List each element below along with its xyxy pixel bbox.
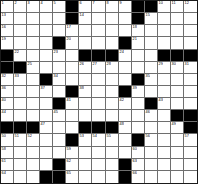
clue-number-41: 41 [66, 98, 71, 102]
clue-number-24: 24 [119, 50, 124, 54]
clue-number-11: 11 [171, 1, 176, 5]
cell-r6c11[interactable] [132, 62, 145, 74]
cell-r3c5[interactable] [53, 25, 66, 37]
clue-number-58: 58 [1, 147, 6, 151]
cell-r7c13[interactable] [158, 74, 171, 86]
cell-r6c15[interactable]: 31 [184, 62, 197, 74]
black-square-r14c10 [119, 159, 132, 171]
cell-r4c3[interactable] [27, 37, 40, 49]
cell-r14c13[interactable] [158, 159, 171, 171]
cell-r12c1[interactable]: 50 [1, 134, 14, 146]
cell-r4c15[interactable] [184, 37, 197, 49]
cell-r6c13[interactable]: 29 [158, 62, 171, 74]
cell-r4c13[interactable] [158, 37, 171, 49]
cell-r12c14[interactable] [171, 134, 184, 146]
cell-r8c13[interactable] [158, 86, 171, 98]
cell-r9c4[interactable] [40, 98, 53, 110]
cell-r3c1[interactable]: 16 [1, 25, 14, 37]
clue-number-45: 45 [53, 110, 58, 114]
cell-r9c15[interactable] [184, 98, 197, 110]
cell-r3c4[interactable] [40, 25, 53, 37]
cell-r9c13[interactable]: 43 [158, 98, 171, 110]
black-square-r5c15 [184, 50, 197, 62]
black-square-r5c13 [158, 50, 171, 62]
cell-r2c2[interactable] [14, 13, 27, 25]
black-square-r5c8 [92, 50, 105, 62]
cell-r6c4[interactable] [40, 62, 53, 74]
clue-number-29: 29 [158, 62, 163, 66]
cell-r9c2[interactable] [14, 98, 27, 110]
cell-r2c10[interactable] [119, 13, 132, 25]
clue-number-55: 55 [106, 134, 111, 138]
cell-r13c5[interactable] [53, 147, 66, 159]
cell-r12c15[interactable]: 57 [184, 134, 197, 146]
black-square-r7c4 [40, 74, 53, 86]
black-square-r11c3 [27, 122, 40, 134]
cell-r13c15[interactable] [184, 147, 197, 159]
cell-r7c6[interactable] [66, 74, 79, 86]
clue-number-1: 1 [1, 1, 4, 5]
cell-r6c8[interactable]: 27 [92, 62, 105, 74]
black-square-r6c1 [1, 62, 14, 74]
crossword-puzzle: 1234567891011121314151617181920212223242… [0, 0, 198, 184]
cell-r10c12[interactable]: 46 [145, 110, 158, 122]
cell-r14c14[interactable] [171, 159, 184, 171]
cell-r2c15[interactable] [184, 13, 197, 25]
cell-r10c5[interactable]: 45 [53, 110, 66, 122]
black-square-r11c2 [14, 122, 27, 134]
cell-r6c5[interactable] [53, 62, 66, 74]
cell-r3c11[interactable]: 18 [132, 25, 145, 37]
cell-r3c2[interactable] [14, 25, 27, 37]
cell-r4c9[interactable] [106, 37, 119, 49]
cell-r3c9[interactable] [106, 25, 119, 37]
cell-r13c1[interactable]: 58 [1, 147, 14, 159]
clue-number-5: 5 [53, 1, 56, 5]
black-square-r5c9 [106, 50, 119, 62]
cell-r14c12[interactable] [145, 159, 158, 171]
clue-number-63: 63 [132, 159, 137, 163]
clue-number-32: 32 [1, 74, 6, 78]
clue-number-23: 23 [53, 50, 58, 54]
clue-number-20: 20 [66, 37, 71, 41]
cell-r4c4[interactable] [40, 37, 53, 49]
cell-r5c10[interactable]: 24 [119, 50, 132, 62]
black-square-r6c2 [14, 62, 27, 74]
cell-r1c5[interactable]: 5 [53, 1, 66, 13]
cell-r9c11[interactable] [132, 98, 145, 110]
cell-r10c1[interactable]: 44 [1, 110, 14, 122]
cell-r3c6[interactable]: 17 [66, 25, 79, 37]
cell-r1c14[interactable]: 11 [171, 1, 184, 13]
clue-number-4: 4 [40, 1, 43, 5]
cell-r11c4[interactable]: 47 [40, 122, 53, 134]
clue-number-30: 30 [171, 62, 176, 66]
cell-r13c3[interactable] [27, 147, 40, 159]
cell-r13c12[interactable] [145, 147, 158, 159]
black-square-r10c15 [184, 110, 197, 122]
cell-r12c9[interactable]: 55 [106, 134, 119, 146]
clue-number-48: 48 [119, 122, 124, 126]
clue-number-40: 40 [1, 98, 6, 102]
cell-r4c7[interactable] [79, 37, 92, 49]
black-square-r5c14 [171, 50, 184, 62]
cell-r8c5[interactable] [53, 86, 66, 98]
cell-r3c10[interactable] [119, 25, 132, 37]
cell-r11c10[interactable]: 48 [119, 122, 132, 134]
cell-r5c11[interactable] [132, 50, 145, 62]
cell-r10c2[interactable] [14, 110, 27, 122]
black-square-r12c11 [132, 134, 145, 146]
black-square-r11c1 [1, 122, 14, 134]
black-square-r2c6 [66, 13, 79, 25]
clue-number-52: 52 [27, 134, 32, 138]
cell-r10c8[interactable] [92, 110, 105, 122]
clue-number-59: 59 [66, 147, 71, 151]
cell-r7c5[interactable]: 34 [53, 74, 66, 86]
cell-r5c12[interactable] [145, 50, 158, 62]
clue-number-37: 37 [40, 86, 45, 90]
cell-r6c7[interactable]: 26 [79, 62, 92, 74]
clue-number-12: 12 [184, 1, 189, 5]
clue-number-54: 54 [92, 134, 97, 138]
clue-number-56: 56 [145, 134, 150, 138]
cell-r10c3[interactable] [27, 110, 40, 122]
black-square-r5c1 [1, 50, 14, 62]
cell-r7c3[interactable] [27, 74, 40, 86]
cell-r14c15[interactable] [184, 159, 197, 171]
cell-r5c2[interactable]: 22 [14, 50, 27, 62]
cell-r9c8[interactable] [92, 98, 105, 110]
cell-r12c5[interactable] [53, 134, 66, 146]
cell-r3c7[interactable] [79, 25, 92, 37]
cell-r15c13[interactable] [158, 171, 171, 183]
cell-r13c10[interactable] [119, 147, 132, 159]
clue-number-10: 10 [158, 1, 163, 5]
cell-r14c7[interactable] [79, 159, 92, 171]
clue-number-9: 9 [119, 1, 122, 5]
cell-r1c8[interactable]: 7 [92, 1, 105, 13]
cell-r14c4[interactable] [40, 159, 53, 171]
cell-r7c8[interactable] [92, 74, 105, 86]
clue-number-33: 33 [14, 74, 19, 78]
clue-number-18: 18 [132, 25, 137, 29]
cell-r1c10[interactable]: 9 [119, 1, 132, 13]
clue-number-8: 8 [106, 1, 109, 5]
black-square-r12c6 [66, 134, 79, 146]
cell-r8c1[interactable]: 36 [1, 86, 14, 98]
clue-number-2: 2 [14, 1, 17, 5]
cell-r12c10[interactable] [119, 134, 132, 146]
black-square-r5c7 [79, 50, 92, 62]
cell-r1c1[interactable]: 1 [1, 1, 14, 13]
cell-r10c10[interactable] [119, 110, 132, 122]
black-square-r11c7 [79, 122, 92, 134]
cell-r9c10[interactable]: 42 [119, 98, 132, 110]
black-square-r2c11 [132, 13, 145, 25]
clue-number-46: 46 [145, 110, 150, 114]
cell-r14c3[interactable] [27, 159, 40, 171]
cell-r2c8[interactable] [92, 13, 105, 25]
clue-number-39: 39 [132, 86, 137, 90]
clue-number-65: 65 [66, 171, 71, 175]
cell-r4c6[interactable]: 20 [66, 37, 79, 49]
cell-r15c12[interactable] [145, 171, 158, 183]
cell-r2c14[interactable] [171, 13, 184, 25]
cell-r11c14[interactable]: 49 [171, 122, 184, 134]
clue-number-22: 22 [14, 50, 19, 54]
cell-r13c4[interactable] [40, 147, 53, 159]
cell-r3c13[interactable] [158, 25, 171, 37]
cell-r5c4[interactable] [40, 50, 53, 62]
cell-r15c14[interactable] [171, 171, 184, 183]
cell-r15c11[interactable]: 66 [132, 171, 145, 183]
black-square-r15c5 [53, 171, 66, 183]
black-square-r11c15 [184, 122, 197, 134]
black-square-r11c8 [92, 122, 105, 134]
cell-r8c11[interactable]: 39 [132, 86, 145, 98]
cell-r8c3[interactable] [27, 86, 40, 98]
clue-number-47: 47 [40, 122, 45, 126]
black-square-r4c10 [119, 37, 132, 49]
cell-r4c2[interactable] [14, 37, 27, 49]
cell-r11c11[interactable] [132, 122, 145, 134]
cell-r4c14[interactable] [171, 37, 184, 49]
cell-r10c11[interactable] [132, 110, 145, 122]
cell-r1c2[interactable]: 2 [14, 1, 27, 13]
clue-number-53: 53 [79, 134, 84, 138]
cell-r8c7[interactable]: 38 [79, 86, 92, 98]
black-square-r10c14 [171, 110, 184, 122]
clue-number-34: 34 [53, 74, 58, 78]
cell-r3c15[interactable] [184, 25, 197, 37]
cell-r14c9[interactable] [106, 159, 119, 171]
black-square-r1c11 [132, 1, 145, 13]
cell-r3c14[interactable] [171, 25, 184, 37]
cell-r14c1[interactable]: 61 [1, 159, 14, 171]
cell-r8c15[interactable] [184, 86, 197, 98]
black-square-r4c5 [53, 37, 66, 49]
black-square-r11c9 [106, 122, 119, 134]
cell-r2c9[interactable] [106, 13, 119, 25]
cell-r9c6[interactable]: 41 [66, 98, 79, 110]
cell-r11c13[interactable] [158, 122, 171, 134]
cell-r9c9[interactable] [106, 98, 119, 110]
cell-r13c8[interactable] [92, 147, 105, 159]
cell-r15c9[interactable] [106, 171, 119, 183]
clue-number-64: 64 [1, 171, 6, 175]
clue-number-19: 19 [1, 37, 6, 41]
cell-r15c7[interactable] [79, 171, 92, 183]
clue-number-26: 26 [79, 62, 84, 66]
cell-r4c12[interactable] [145, 37, 158, 49]
cell-r1c13[interactable]: 10 [158, 1, 171, 13]
cell-r1c15[interactable]: 12 [184, 1, 197, 13]
cell-r3c12[interactable] [145, 25, 158, 37]
cell-r2c5[interactable] [53, 13, 66, 25]
cell-r12c12[interactable]: 56 [145, 134, 158, 146]
black-square-r8c10 [119, 86, 132, 98]
cell-r10c9[interactable] [106, 110, 119, 122]
cell-r8c9[interactable] [106, 86, 119, 98]
cell-r8c4[interactable]: 37 [40, 86, 53, 98]
clue-number-60: 60 [132, 147, 137, 151]
cell-r6c6[interactable] [66, 62, 79, 74]
cell-r7c1[interactable]: 32 [1, 74, 14, 86]
clue-number-27: 27 [92, 62, 97, 66]
cell-r14c2[interactable] [14, 159, 27, 171]
clue-number-31: 31 [184, 62, 189, 66]
black-square-r9c12 [145, 98, 158, 110]
cell-r13c9[interactable] [106, 147, 119, 159]
cell-r15c6[interactable]: 65 [66, 171, 79, 183]
black-square-r14c5 [53, 159, 66, 171]
clue-number-50: 50 [1, 134, 6, 138]
cell-r2c7[interactable]: 14 [79, 13, 92, 25]
clue-number-16: 16 [1, 25, 6, 29]
clue-number-61: 61 [1, 159, 6, 163]
cell-r9c3[interactable] [27, 98, 40, 110]
cell-r2c3[interactable] [27, 13, 40, 25]
clue-number-38: 38 [79, 86, 84, 90]
cell-r1c9[interactable]: 8 [106, 1, 119, 13]
clue-number-6: 6 [79, 1, 82, 5]
clue-number-13: 13 [1, 13, 6, 17]
cell-r12c13[interactable] [158, 134, 171, 146]
cell-r15c3[interactable] [27, 171, 40, 183]
black-square-r8c6 [66, 86, 79, 98]
clue-number-57: 57 [184, 134, 189, 138]
cell-r13c11[interactable]: 60 [132, 147, 145, 159]
cell-r6c9[interactable]: 28 [106, 62, 119, 74]
cell-r14c11[interactable]: 63 [132, 159, 145, 171]
cell-r7c9[interactable] [106, 74, 119, 86]
clue-number-62: 62 [66, 159, 71, 163]
cell-r10c7[interactable] [79, 110, 92, 122]
cell-r12c8[interactable]: 54 [92, 134, 105, 146]
black-square-r9c5 [53, 98, 66, 110]
cell-r11c6[interactable] [66, 122, 79, 134]
cell-r4c11[interactable]: 21 [132, 37, 145, 49]
clue-number-28: 28 [106, 62, 111, 66]
cell-r7c12[interactable]: 35 [145, 74, 158, 86]
clue-number-42: 42 [119, 98, 124, 102]
cell-r13c7[interactable] [79, 147, 92, 159]
cell-r8c14[interactable] [171, 86, 184, 98]
cell-r13c6[interactable]: 59 [66, 147, 79, 159]
cell-r7c10[interactable] [119, 74, 132, 86]
clue-number-35: 35 [145, 74, 150, 78]
clue-number-66: 66 [132, 171, 137, 175]
cell-r12c3[interactable]: 52 [27, 134, 40, 146]
clue-number-25: 25 [27, 62, 32, 66]
clue-number-21: 21 [132, 37, 137, 41]
cell-r12c7[interactable]: 53 [79, 134, 92, 146]
clue-number-15: 15 [145, 13, 150, 17]
cell-r9c1[interactable]: 40 [1, 98, 14, 110]
cell-r4c8[interactable] [92, 37, 105, 49]
clue-number-43: 43 [158, 98, 163, 102]
clue-number-14: 14 [79, 13, 84, 17]
clue-number-44: 44 [1, 110, 6, 114]
black-square-r15c4 [40, 171, 53, 183]
cell-r4c1[interactable]: 19 [1, 37, 14, 49]
cell-r15c8[interactable] [92, 171, 105, 183]
cell-r13c14[interactable] [171, 147, 184, 159]
black-square-r1c6 [66, 1, 79, 13]
clue-number-7: 7 [92, 1, 95, 5]
cell-r1c7[interactable]: 6 [79, 1, 92, 13]
black-square-r15c10 [119, 171, 132, 183]
cell-r10c4[interactable] [40, 110, 53, 122]
cell-r10c6[interactable] [66, 110, 79, 122]
cell-r9c7[interactable] [79, 98, 92, 110]
clue-number-49: 49 [171, 122, 176, 126]
cell-r5c6[interactable] [66, 50, 79, 62]
black-square-r1c12 [145, 1, 158, 13]
cell-r5c3[interactable] [27, 50, 40, 62]
cell-r6c14[interactable]: 30 [171, 62, 184, 74]
cell-r13c2[interactable] [14, 147, 27, 159]
cell-r7c15[interactable] [184, 74, 197, 86]
cell-r8c12[interactable] [145, 86, 158, 98]
cell-r6c3[interactable]: 25 [27, 62, 40, 74]
black-square-r7c11 [132, 74, 145, 86]
cell-r10c13[interactable] [158, 110, 171, 122]
clue-number-51: 51 [14, 134, 19, 138]
cell-r3c3[interactable] [27, 25, 40, 37]
cell-r2c13[interactable] [158, 13, 171, 25]
cell-r11c12[interactable] [145, 122, 158, 134]
cell-r12c4[interactable] [40, 134, 53, 146]
cell-r2c4[interactable] [40, 13, 53, 25]
cell-r12c2[interactable]: 51 [14, 134, 27, 146]
cell-r15c1[interactable]: 64 [1, 171, 14, 183]
cell-r13c13[interactable] [158, 147, 171, 159]
clue-number-36: 36 [1, 86, 6, 90]
cell-r7c7[interactable] [79, 74, 92, 86]
cell-r14c8[interactable] [92, 159, 105, 171]
cell-r14c6[interactable]: 62 [66, 159, 79, 171]
clue-number-17: 17 [66, 25, 71, 29]
cell-r6c12[interactable] [145, 62, 158, 74]
cell-r2c12[interactable]: 15 [145, 13, 158, 25]
crossword-grid: 1234567891011121314151617181920212223242… [0, 0, 198, 184]
cell-r15c15[interactable] [184, 171, 197, 183]
cell-r1c3[interactable]: 3 [27, 1, 40, 13]
cell-r15c2[interactable] [14, 171, 27, 183]
cell-r8c8[interactable] [92, 86, 105, 98]
cell-r6c10[interactable] [119, 62, 132, 74]
clue-number-3: 3 [27, 1, 30, 5]
cell-r3c8[interactable] [92, 25, 105, 37]
cell-r7c14[interactable] [171, 74, 184, 86]
cell-r2c1[interactable]: 13 [1, 13, 14, 25]
cell-r8c2[interactable] [14, 86, 27, 98]
cell-r9c14[interactable] [171, 98, 184, 110]
cell-r11c5[interactable] [53, 122, 66, 134]
cell-r5c5[interactable]: 23 [53, 50, 66, 62]
cell-r1c4[interactable]: 4 [40, 1, 53, 13]
cell-r7c2[interactable]: 33 [14, 74, 27, 86]
